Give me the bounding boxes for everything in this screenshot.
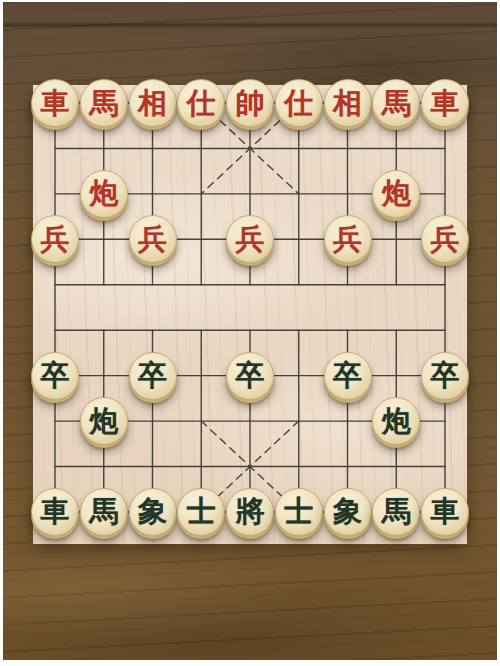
piece-red-general[interactable]: 帥 <box>226 79 274 127</box>
piece-red-horse[interactable]: 馬 <box>372 79 420 127</box>
piece-black-horse[interactable]: 馬 <box>372 488 420 536</box>
piece-red-soldier[interactable]: 兵 <box>324 215 372 263</box>
piece-red-soldier[interactable]: 兵 <box>31 215 79 263</box>
piece-red-cannon[interactable]: 炮 <box>80 170 128 218</box>
piece-black-general[interactable]: 將 <box>226 488 274 536</box>
table-photo: 車馬相仕帥仕相馬車炮炮兵兵兵兵兵卒卒卒卒卒炮炮車馬象士將士象馬車 <box>3 2 497 660</box>
piece-red-soldier[interactable]: 兵 <box>421 215 469 263</box>
piece-red-advisor[interactable]: 仕 <box>275 79 323 127</box>
piece-red-soldier[interactable]: 兵 <box>129 215 177 263</box>
piece-black-elephant[interactable]: 象 <box>324 488 372 536</box>
piece-black-advisor[interactable]: 士 <box>275 488 323 536</box>
piece-black-horse[interactable]: 馬 <box>80 488 128 536</box>
piece-red-elephant[interactable]: 相 <box>129 79 177 127</box>
piece-red-cannon[interactable]: 炮 <box>372 170 420 218</box>
piece-black-soldier[interactable]: 卒 <box>129 352 177 400</box>
piece-black-chariot[interactable]: 車 <box>421 488 469 536</box>
piece-black-cannon[interactable]: 炮 <box>80 397 128 445</box>
piece-red-chariot[interactable]: 車 <box>31 79 79 127</box>
board-grid-lines <box>33 85 467 544</box>
piece-red-soldier[interactable]: 兵 <box>226 215 274 263</box>
piece-black-soldier[interactable]: 卒 <box>324 352 372 400</box>
piece-black-soldier[interactable]: 卒 <box>226 352 274 400</box>
xiangqi-board[interactable]: 車馬相仕帥仕相馬車炮炮兵兵兵兵兵卒卒卒卒卒炮炮車馬象士將士象馬車 <box>33 85 467 544</box>
piece-black-cannon[interactable]: 炮 <box>372 397 420 445</box>
piece-red-chariot[interactable]: 車 <box>421 79 469 127</box>
piece-red-advisor[interactable]: 仕 <box>177 79 225 127</box>
piece-black-soldier[interactable]: 卒 <box>31 352 79 400</box>
piece-black-elephant[interactable]: 象 <box>129 488 177 536</box>
piece-black-advisor[interactable]: 士 <box>177 488 225 536</box>
piece-black-chariot[interactable]: 車 <box>31 488 79 536</box>
piece-red-elephant[interactable]: 相 <box>324 79 372 127</box>
piece-red-horse[interactable]: 馬 <box>80 79 128 127</box>
piece-black-soldier[interactable]: 卒 <box>421 352 469 400</box>
